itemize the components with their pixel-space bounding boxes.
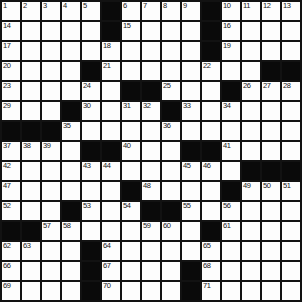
cell-number: 28 [283, 82, 291, 90]
crossword-cell[interactable] [242, 202, 260, 220]
crossword-cell[interactable]: 15 [122, 22, 140, 40]
cell-number: 39 [43, 142, 51, 150]
blocked-cell [42, 122, 60, 140]
crossword-cell[interactable]: 8 [162, 2, 180, 20]
crossword-cell[interactable] [22, 82, 40, 100]
crossword-cell[interactable]: 2 [22, 2, 40, 20]
crossword-cell[interactable] [162, 162, 180, 180]
crossword-cell[interactable]: 13 [282, 2, 300, 20]
crossword-cell[interactable] [202, 122, 220, 140]
crossword-cell[interactable] [262, 222, 280, 240]
cell-number: 8 [163, 2, 167, 10]
cell-number: 11 [243, 2, 250, 10]
crossword-cell[interactable] [222, 282, 240, 300]
crossword-cell[interactable]: 57 [42, 222, 60, 240]
crossword-cell[interactable] [42, 262, 60, 280]
crossword-cell[interactable] [242, 142, 260, 160]
cell-number: 46 [203, 162, 211, 170]
crossword-cell[interactable] [242, 62, 260, 80]
crossword-cell[interactable]: 22 [202, 62, 220, 80]
crossword-cell[interactable] [42, 82, 60, 100]
crossword-cell[interactable]: 32 [142, 102, 160, 120]
crossword-cell[interactable] [202, 102, 220, 120]
crossword-cell[interactable] [282, 122, 300, 140]
blocked-cell [262, 162, 280, 180]
cell-number: 22 [203, 62, 211, 70]
crossword-cell[interactable] [62, 162, 80, 180]
cell-number: 38 [23, 142, 31, 150]
crossword-cell[interactable] [102, 182, 120, 200]
crossword-cell[interactable] [202, 202, 220, 220]
crossword-cell[interactable] [102, 202, 120, 220]
blocked-cell [242, 162, 260, 180]
crossword-cell[interactable] [202, 82, 220, 100]
crossword-cell[interactable] [162, 182, 180, 200]
crossword-cell[interactable]: 40 [122, 142, 140, 160]
crossword-cell[interactable]: 18 [102, 42, 120, 60]
blocked-cell [202, 2, 220, 20]
cell-number: 70 [103, 282, 111, 290]
crossword-cell[interactable] [22, 202, 40, 220]
crossword-cell[interactable] [102, 122, 120, 140]
crossword-cell[interactable]: 61 [222, 222, 240, 240]
blocked-cell [202, 22, 220, 40]
crossword-cell[interactable] [182, 62, 200, 80]
cell-number: 14 [3, 22, 11, 30]
crossword-cell[interactable]: 21 [102, 62, 120, 80]
crossword-cell[interactable]: 38 [22, 142, 40, 160]
crossword-cell[interactable] [262, 22, 280, 40]
crossword-cell[interactable] [162, 242, 180, 260]
crossword-cell[interactable] [242, 222, 260, 240]
cell-number: 23 [3, 82, 11, 90]
cell-number: 66 [3, 262, 11, 270]
crossword-cell[interactable] [242, 282, 260, 300]
crossword-cell[interactable]: 43 [82, 162, 100, 180]
crossword-cell[interactable] [142, 22, 160, 40]
crossword-cell[interactable] [202, 182, 220, 200]
blocked-cell [162, 102, 180, 120]
crossword-cell[interactable] [122, 262, 140, 280]
cell-number: 21 [103, 62, 111, 70]
crossword-cell[interactable]: 50 [262, 182, 280, 200]
blocked-cell [182, 282, 200, 300]
crossword-cell[interactable] [122, 282, 140, 300]
crossword-cell[interactable] [42, 202, 60, 220]
cell-number: 4 [63, 2, 67, 10]
cell-number: 56 [223, 202, 231, 210]
crossword-cell[interactable]: 31 [122, 102, 140, 120]
crossword-cell[interactable]: 4 [62, 2, 80, 20]
blocked-cell [22, 222, 40, 240]
crossword-cell[interactable] [142, 282, 160, 300]
crossword-cell[interactable] [62, 82, 80, 100]
crossword-cell[interactable] [22, 42, 40, 60]
crossword-cell[interactable]: 48 [142, 182, 160, 200]
blocked-cell [82, 262, 100, 280]
crossword-cell[interactable] [162, 142, 180, 160]
crossword-cell[interactable] [42, 162, 60, 180]
crossword-cell[interactable] [162, 22, 180, 40]
crossword-cell[interactable] [162, 42, 180, 60]
crossword-cell[interactable] [22, 22, 40, 40]
crossword-cell[interactable] [242, 42, 260, 60]
blocked-cell [282, 162, 300, 180]
cell-number: 48 [143, 182, 151, 190]
crossword-cell[interactable] [142, 142, 160, 160]
crossword-cell[interactable]: 24 [82, 82, 100, 100]
cell-number: 27 [263, 82, 271, 90]
blocked-cell [2, 222, 20, 240]
crossword-cell[interactable] [222, 262, 240, 280]
crossword-cell[interactable] [222, 62, 240, 80]
crossword-cell[interactable]: 60 [162, 222, 180, 240]
crossword-cell[interactable] [42, 182, 60, 200]
blocked-cell [142, 202, 160, 220]
cell-number: 58 [63, 222, 71, 230]
crossword-cell[interactable] [282, 22, 300, 40]
crossword-cell[interactable]: 44 [102, 162, 120, 180]
cell-number: 30 [83, 102, 91, 110]
crossword-cell[interactable] [122, 242, 140, 260]
cell-number: 26 [243, 82, 251, 90]
crossword-cell[interactable]: 29 [2, 102, 20, 120]
cell-number: 40 [123, 142, 131, 150]
crossword-cell[interactable] [282, 202, 300, 220]
blocked-cell [82, 62, 100, 80]
crossword-cell[interactable] [122, 122, 140, 140]
crossword-cell[interactable] [182, 222, 200, 240]
crossword-cell[interactable] [22, 62, 40, 80]
crossword-cell[interactable]: 45 [182, 162, 200, 180]
crossword-cell[interactable] [242, 122, 260, 140]
crossword-cell[interactable] [282, 242, 300, 260]
cell-number: 57 [43, 222, 51, 230]
crossword-cell[interactable] [42, 62, 60, 80]
crossword-cell[interactable] [282, 142, 300, 160]
cell-number: 33 [183, 102, 191, 110]
cell-number: 18 [103, 42, 111, 50]
blocked-cell [102, 2, 120, 20]
cell-number: 45 [183, 162, 191, 170]
crossword-cell[interactable]: 62 [2, 242, 20, 260]
blocked-cell [262, 62, 280, 80]
cell-number: 35 [63, 122, 71, 130]
crossword-cell[interactable] [82, 22, 100, 40]
cell-number: 68 [203, 262, 211, 270]
crossword-cell[interactable] [242, 262, 260, 280]
blocked-cell [2, 122, 20, 140]
crossword-cell[interactable]: 66 [2, 262, 20, 280]
crossword-cell[interactable]: 52 [2, 202, 20, 220]
crossword-cell[interactable]: 71 [202, 282, 220, 300]
cell-number: 54 [123, 202, 131, 210]
crossword-cell[interactable]: 37 [2, 142, 20, 160]
crossword-cell[interactable]: 27 [262, 82, 280, 100]
cell-number: 71 [203, 282, 211, 290]
crossword-cell[interactable] [282, 102, 300, 120]
crossword-cell[interactable] [62, 242, 80, 260]
crossword-cell[interactable]: 59 [142, 222, 160, 240]
blocked-cell [122, 182, 140, 200]
cell-number: 43 [83, 162, 91, 170]
crossword-cell[interactable] [42, 22, 60, 40]
cell-number: 44 [103, 162, 111, 170]
crossword-cell[interactable]: 54 [122, 202, 140, 220]
blocked-cell [282, 62, 300, 80]
blocked-cell [82, 142, 100, 160]
crossword-cell[interactable] [42, 42, 60, 60]
cell-number: 3 [43, 2, 47, 10]
cell-number: 37 [3, 142, 11, 150]
crossword-cell[interactable] [222, 162, 240, 180]
blocked-cell [202, 142, 220, 160]
cell-number: 65 [203, 242, 211, 250]
cell-number: 69 [3, 282, 11, 290]
crossword-cell[interactable]: 19 [222, 42, 240, 60]
cell-number: 67 [103, 262, 111, 270]
crossword-cell[interactable] [282, 42, 300, 60]
cell-number: 36 [163, 122, 171, 130]
crossword-cell[interactable] [142, 122, 160, 140]
cell-number: 5 [83, 2, 87, 10]
blocked-cell [82, 242, 100, 260]
cell-number: 62 [3, 242, 11, 250]
crossword-cell[interactable]: 69 [2, 282, 20, 300]
cell-number: 25 [163, 82, 171, 90]
crossword-cell[interactable]: 1 [2, 2, 20, 20]
blocked-cell [222, 82, 240, 100]
crossword-cell[interactable]: 14 [2, 22, 20, 40]
crossword-cell[interactable] [62, 62, 80, 80]
crossword-cell[interactable] [182, 242, 200, 260]
crossword-cell[interactable] [262, 142, 280, 160]
cell-number: 7 [143, 2, 147, 10]
blocked-cell [122, 82, 140, 100]
crossword-cell[interactable] [142, 42, 160, 60]
crossword-cell[interactable] [62, 22, 80, 40]
blocked-cell [202, 222, 220, 240]
crossword-cell[interactable] [22, 262, 40, 280]
cell-number: 32 [143, 102, 151, 110]
crossword-cell[interactable]: 63 [22, 242, 40, 260]
crossword-cell[interactable] [82, 122, 100, 140]
crossword-cell[interactable]: 25 [162, 82, 180, 100]
blocked-cell [102, 22, 120, 40]
crossword-cell[interactable] [262, 242, 280, 260]
cell-number: 61 [223, 222, 231, 230]
crossword-cell[interactable] [62, 282, 80, 300]
crossword-cell[interactable]: 53 [82, 202, 100, 220]
cell-number: 42 [3, 162, 11, 170]
crossword-cell[interactable]: 67 [102, 262, 120, 280]
crossword-cell[interactable] [262, 102, 280, 120]
blocked-cell [202, 42, 220, 60]
crossword-cell[interactable] [122, 222, 140, 240]
crossword-cell[interactable] [242, 22, 260, 40]
crossword-cell[interactable] [142, 262, 160, 280]
crossword-cell[interactable] [262, 42, 280, 60]
crossword-cell[interactable]: 34 [222, 102, 240, 120]
cell-number: 9 [183, 2, 187, 10]
crossword-cell[interactable] [162, 282, 180, 300]
crossword-cell[interactable] [22, 102, 40, 120]
cell-number: 17 [3, 42, 11, 50]
crossword-cell[interactable] [62, 42, 80, 60]
crossword-cell[interactable]: 42 [2, 162, 20, 180]
crossword-cell[interactable] [222, 242, 240, 260]
cell-number: 41 [223, 142, 231, 150]
crossword-cell[interactable] [182, 122, 200, 140]
crossword-cell[interactable]: 46 [202, 162, 220, 180]
cell-number: 1 [3, 2, 7, 10]
crossword-cell[interactable] [262, 202, 280, 220]
cell-number: 53 [83, 202, 91, 210]
cell-number: 51 [283, 182, 291, 190]
blocked-cell [102, 142, 120, 160]
blocked-cell [142, 82, 160, 100]
crossword-cell[interactable] [142, 162, 160, 180]
crossword-cell[interactable]: 5 [82, 2, 100, 20]
crossword-cell[interactable] [162, 262, 180, 280]
crossword-cell[interactable]: 10 [222, 2, 240, 20]
crossword-cell[interactable]: 11 [242, 2, 260, 20]
crossword-cell[interactable]: 20 [2, 62, 20, 80]
crossword-cell[interactable] [62, 142, 80, 160]
cell-number: 6 [123, 2, 127, 10]
crossword-cell[interactable]: 68 [202, 262, 220, 280]
crossword-cell[interactable] [162, 62, 180, 80]
crossword-cell[interactable] [142, 62, 160, 80]
blocked-cell [222, 182, 240, 200]
cell-number: 63 [23, 242, 31, 250]
cell-number: 12 [263, 2, 271, 10]
crossword-cell[interactable] [22, 282, 40, 300]
cell-number: 55 [183, 202, 191, 210]
crossword-cell[interactable] [182, 42, 200, 60]
crossword-cell[interactable] [262, 122, 280, 140]
crossword-cell[interactable]: 49 [242, 182, 260, 200]
crossword-cell[interactable]: 30 [82, 102, 100, 120]
blocked-cell [182, 142, 200, 160]
crossword-cell[interactable] [222, 122, 240, 140]
cell-number: 10 [223, 2, 231, 10]
crossword-cell[interactable]: 58 [62, 222, 80, 240]
crossword-cell[interactable]: 17 [2, 42, 20, 60]
blocked-cell [182, 262, 200, 280]
crossword-cell[interactable] [82, 182, 100, 200]
crossword-cell[interactable] [122, 42, 140, 60]
crossword-cell[interactable]: 70 [102, 282, 120, 300]
blocked-cell [22, 122, 40, 140]
cell-number: 47 [3, 182, 11, 190]
crossword-cell[interactable] [242, 242, 260, 260]
crossword-cell[interactable] [82, 42, 100, 60]
crossword-board: 1234567891011121314151617181920212223242… [0, 0, 302, 302]
crossword-cell[interactable] [82, 222, 100, 240]
crossword-cell[interactable]: 41 [222, 142, 240, 160]
crossword-cell[interactable] [142, 242, 160, 260]
cell-number: 59 [143, 222, 151, 230]
cell-number: 34 [223, 102, 231, 110]
cell-number: 31 [123, 102, 131, 110]
crossword-cell[interactable]: 16 [222, 22, 240, 40]
crossword-cell[interactable] [102, 82, 120, 100]
crossword-cell[interactable] [62, 262, 80, 280]
crossword-cell[interactable]: 33 [182, 102, 200, 120]
cell-number: 60 [163, 222, 171, 230]
cell-number: 52 [3, 202, 11, 210]
crossword-cell[interactable]: 55 [182, 202, 200, 220]
crossword-cell[interactable]: 6 [122, 2, 140, 20]
crossword-cell[interactable] [62, 182, 80, 200]
cell-number: 64 [103, 242, 111, 250]
crossword-cell[interactable]: 23 [2, 82, 20, 100]
crossword-cell[interactable]: 36 [162, 122, 180, 140]
crossword-cell[interactable] [262, 282, 280, 300]
cell-number: 15 [123, 22, 131, 30]
crossword-cell[interactable]: 35 [62, 122, 80, 140]
crossword-cell[interactable] [282, 222, 300, 240]
crossword-cell[interactable]: 47 [2, 182, 20, 200]
blocked-cell [62, 102, 80, 120]
crossword-cell[interactable]: 39 [42, 142, 60, 160]
crossword-cell[interactable]: 65 [202, 242, 220, 260]
crossword-cell[interactable] [22, 162, 40, 180]
blocked-cell [82, 282, 100, 300]
crossword-cell[interactable] [22, 182, 40, 200]
crossword-cell[interactable] [182, 182, 200, 200]
cell-number: 49 [243, 182, 251, 190]
cell-number: 19 [223, 42, 231, 50]
crossword-cell[interactable]: 7 [142, 2, 160, 20]
cell-number: 50 [263, 182, 271, 190]
crossword-cell[interactable]: 28 [282, 82, 300, 100]
crossword-cell[interactable]: 9 [182, 2, 200, 20]
blocked-cell [62, 202, 80, 220]
crossword-cell[interactable] [282, 282, 300, 300]
cell-number: 29 [3, 102, 11, 110]
crossword-cell[interactable]: 3 [42, 2, 60, 20]
crossword-cell[interactable] [182, 22, 200, 40]
cell-number: 16 [223, 22, 231, 30]
crossword-cell[interactable]: 64 [102, 242, 120, 260]
crossword-cell[interactable] [42, 282, 60, 300]
blocked-cell [162, 202, 180, 220]
crossword-cell[interactable] [262, 262, 280, 280]
crossword-cell[interactable] [42, 102, 60, 120]
crossword-cell[interactable] [102, 222, 120, 240]
cell-number: 2 [23, 2, 27, 10]
crossword-cell[interactable] [182, 82, 200, 100]
crossword-cell[interactable] [102, 102, 120, 120]
crossword-cell[interactable] [122, 62, 140, 80]
crossword-cell[interactable] [42, 242, 60, 260]
crossword-cell[interactable]: 51 [282, 182, 300, 200]
cell-number: 20 [3, 62, 11, 70]
cell-number: 24 [83, 82, 91, 90]
crossword-cell[interactable]: 12 [262, 2, 280, 20]
crossword-cell[interactable]: 26 [242, 82, 260, 100]
crossword-cell[interactable] [282, 262, 300, 280]
crossword-cell[interactable] [122, 162, 140, 180]
crossword-cell[interactable] [242, 102, 260, 120]
crossword-cell[interactable]: 56 [222, 202, 240, 220]
cell-number: 13 [283, 2, 291, 10]
